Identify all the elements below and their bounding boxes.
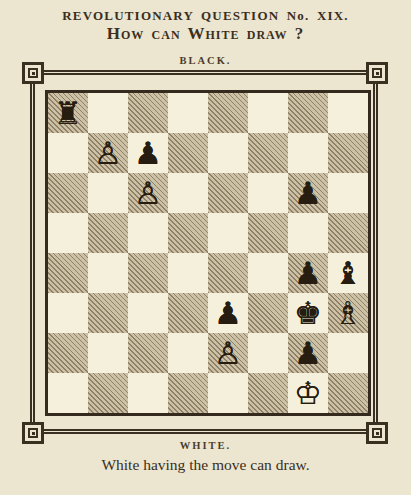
square-h1 [328,373,368,413]
square-g7 [288,133,328,173]
square-g1: ♔ [288,373,328,413]
square-h4: ♝ [328,253,368,293]
square-c8 [128,93,168,133]
frame-corner-ornament [366,62,388,84]
piece-bp-g4: ♟ [294,253,322,293]
square-e7 [208,133,248,173]
square-a1 [48,373,88,413]
square-h8 [328,93,368,133]
piece-wk-g1: ♔ [294,373,322,413]
piece-br-a8: ♜ [54,93,82,133]
solution-caption: White having the move can draw. [0,456,411,474]
square-b5 [88,213,128,253]
square-c1 [128,373,168,413]
square-d4 [168,253,208,293]
square-b1 [88,373,128,413]
square-d5 [168,213,208,253]
square-f5 [248,213,288,253]
square-c6: ♙ [128,173,168,213]
square-d1 [168,373,208,413]
square-e4 [208,253,248,293]
square-g4: ♟ [288,253,328,293]
square-c4 [128,253,168,293]
square-g2: ♟ [288,333,328,373]
square-f6 [248,173,288,213]
square-a8: ♜ [48,93,88,133]
square-a7 [48,133,88,173]
square-c7: ♟ [128,133,168,173]
square-e1 [208,373,248,413]
puzzle-title: REVOLUTIONARY QUESTION No. XIX. [0,8,411,24]
square-f1 [248,373,288,413]
square-a4 [48,253,88,293]
square-b2 [88,333,128,373]
piece-wp-b7: ♙ [94,133,122,173]
square-g3: ♚ [288,293,328,333]
square-a5 [48,213,88,253]
square-h2 [328,333,368,373]
square-c3 [128,293,168,333]
frame-corner-ornament [22,422,44,444]
square-b4 [88,253,128,293]
black-side-label: BLACK. [0,55,411,66]
piece-bb-h4: ♝ [334,253,362,293]
square-b6 [88,173,128,213]
square-c5 [128,213,168,253]
piece-wb-h3: ♗ [334,293,362,333]
square-a2 [48,333,88,373]
square-a6 [48,173,88,213]
frame-corner-ornament [22,62,44,84]
book-page: REVOLUTIONARY QUESTION No. XIX. How can … [0,0,411,495]
square-e5 [208,213,248,253]
square-e2: ♙ [208,333,248,373]
square-d3 [168,293,208,333]
square-d2 [168,333,208,373]
square-h3: ♗ [328,293,368,333]
square-b3 [88,293,128,333]
square-d7 [168,133,208,173]
chessboard: ♜♙♟♙♟♟♝♟♚♗♙♟♔ [45,90,371,416]
piece-wp-e2: ♙ [214,333,242,373]
frame-corner-ornament [366,422,388,444]
square-e6 [208,173,248,213]
square-h6 [328,173,368,213]
piece-bp-g6: ♟ [294,173,322,213]
piece-bp-g2: ♟ [294,333,322,373]
square-f7 [248,133,288,173]
piece-wp-c6: ♙ [134,173,162,213]
piece-bp-c7: ♟ [134,133,162,173]
square-h5 [328,213,368,253]
white-side-label: WHITE. [0,440,411,451]
square-g6: ♟ [288,173,328,213]
square-e8 [208,93,248,133]
square-c2 [128,333,168,373]
square-f8 [248,93,288,133]
square-f3 [248,293,288,333]
square-f2 [248,333,288,373]
square-d8 [168,93,208,133]
square-h7 [328,133,368,173]
square-b7: ♙ [88,133,128,173]
square-g8 [288,93,328,133]
square-e3: ♟ [208,293,248,333]
square-a3 [48,293,88,333]
puzzle-question: How can White draw ? [0,24,411,44]
piece-bp-e3: ♟ [214,293,242,333]
square-b8 [88,93,128,133]
piece-bk-g3: ♚ [294,293,322,333]
square-f4 [248,253,288,293]
square-g5 [288,213,328,253]
square-d6 [168,173,208,213]
